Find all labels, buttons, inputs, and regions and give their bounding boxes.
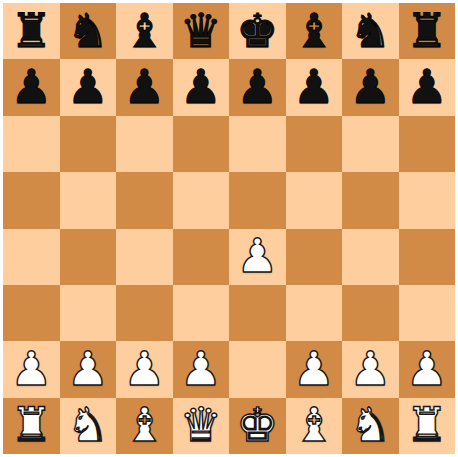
square-e4[interactable]: ♟ xyxy=(229,229,286,285)
square-g6[interactable] xyxy=(342,116,399,172)
square-c5[interactable] xyxy=(116,172,173,228)
piece-black-king[interactable]: ♚ xyxy=(236,7,278,54)
square-b7[interactable]: ♟ xyxy=(60,59,117,115)
square-c3[interactable] xyxy=(116,285,173,341)
square-a1[interactable]: ♜ xyxy=(3,398,60,454)
piece-white-rook[interactable]: ♜ xyxy=(406,401,448,448)
square-e7[interactable]: ♟ xyxy=(229,59,286,115)
square-f3[interactable] xyxy=(286,285,343,341)
square-h6[interactable] xyxy=(399,116,456,172)
square-h2[interactable]: ♟ xyxy=(399,341,456,397)
square-a6[interactable] xyxy=(3,116,60,172)
square-c4[interactable] xyxy=(116,229,173,285)
square-b6[interactable] xyxy=(60,116,117,172)
square-f4[interactable] xyxy=(286,229,343,285)
square-b8[interactable]: ♞ xyxy=(60,3,117,59)
square-g8[interactable]: ♞ xyxy=(342,3,399,59)
piece-black-bishop[interactable]: ♝ xyxy=(123,7,165,54)
square-d7[interactable]: ♟ xyxy=(173,59,230,115)
piece-white-bishop[interactable]: ♝ xyxy=(293,401,335,448)
square-d4[interactable] xyxy=(173,229,230,285)
square-e1[interactable]: ♚ xyxy=(229,398,286,454)
piece-black-pawn[interactable]: ♟ xyxy=(293,63,335,110)
piece-black-pawn[interactable]: ♟ xyxy=(10,63,52,110)
square-g7[interactable]: ♟ xyxy=(342,59,399,115)
square-h7[interactable]: ♟ xyxy=(399,59,456,115)
square-e8[interactable]: ♚ xyxy=(229,3,286,59)
piece-white-knight[interactable]: ♞ xyxy=(349,401,391,448)
piece-white-pawn[interactable]: ♟ xyxy=(180,345,222,392)
piece-white-pawn[interactable]: ♟ xyxy=(10,345,52,392)
square-h8[interactable]: ♜ xyxy=(399,3,456,59)
square-g2[interactable]: ♟ xyxy=(342,341,399,397)
square-h5[interactable] xyxy=(399,172,456,228)
square-c6[interactable] xyxy=(116,116,173,172)
piece-white-pawn[interactable]: ♟ xyxy=(293,345,335,392)
square-a8[interactable]: ♜ xyxy=(3,3,60,59)
piece-white-pawn[interactable]: ♟ xyxy=(236,232,278,279)
square-c8[interactable]: ♝ xyxy=(116,3,173,59)
square-a3[interactable] xyxy=(3,285,60,341)
piece-black-knight[interactable]: ♞ xyxy=(67,7,109,54)
square-b5[interactable] xyxy=(60,172,117,228)
square-d3[interactable] xyxy=(173,285,230,341)
square-b1[interactable]: ♞ xyxy=(60,398,117,454)
piece-white-bishop[interactable]: ♝ xyxy=(123,401,165,448)
piece-white-queen[interactable]: ♛ xyxy=(180,401,222,448)
piece-white-king[interactable]: ♚ xyxy=(236,401,278,448)
board-frame: ♜♞♝♛♚♝♞♜♟♟♟♟♟♟♟♟♟♟♟♟♟♟♟♟♜♞♝♛♚♝♞♜ xyxy=(0,0,458,457)
square-e6[interactable] xyxy=(229,116,286,172)
piece-black-rook[interactable]: ♜ xyxy=(10,7,52,54)
square-g5[interactable] xyxy=(342,172,399,228)
piece-black-bishop[interactable]: ♝ xyxy=(293,7,335,54)
square-a7[interactable]: ♟ xyxy=(3,59,60,115)
piece-white-pawn[interactable]: ♟ xyxy=(349,345,391,392)
square-d8[interactable]: ♛ xyxy=(173,3,230,59)
piece-white-knight[interactable]: ♞ xyxy=(67,401,109,448)
square-c1[interactable]: ♝ xyxy=(116,398,173,454)
square-h1[interactable]: ♜ xyxy=(399,398,456,454)
square-b2[interactable]: ♟ xyxy=(60,341,117,397)
chess-board: ♜♞♝♛♚♝♞♜♟♟♟♟♟♟♟♟♟♟♟♟♟♟♟♟♜♞♝♛♚♝♞♜ xyxy=(3,3,455,454)
piece-black-pawn[interactable]: ♟ xyxy=(180,63,222,110)
square-a4[interactable] xyxy=(3,229,60,285)
square-h3[interactable] xyxy=(399,285,456,341)
square-g1[interactable]: ♞ xyxy=(342,398,399,454)
square-f6[interactable] xyxy=(286,116,343,172)
piece-white-pawn[interactable]: ♟ xyxy=(406,345,448,392)
piece-black-queen[interactable]: ♛ xyxy=(180,7,222,54)
piece-black-pawn[interactable]: ♟ xyxy=(236,63,278,110)
square-f1[interactable]: ♝ xyxy=(286,398,343,454)
square-a5[interactable] xyxy=(3,172,60,228)
square-d2[interactable]: ♟ xyxy=(173,341,230,397)
square-g4[interactable] xyxy=(342,229,399,285)
square-d6[interactable] xyxy=(173,116,230,172)
square-b3[interactable] xyxy=(60,285,117,341)
square-e3[interactable] xyxy=(229,285,286,341)
square-f2[interactable]: ♟ xyxy=(286,341,343,397)
square-e5[interactable] xyxy=(229,172,286,228)
piece-black-knight[interactable]: ♞ xyxy=(349,7,391,54)
square-f5[interactable] xyxy=(286,172,343,228)
square-d5[interactable] xyxy=(173,172,230,228)
piece-white-pawn[interactable]: ♟ xyxy=(123,345,165,392)
square-d1[interactable]: ♛ xyxy=(173,398,230,454)
square-c7[interactable]: ♟ xyxy=(116,59,173,115)
square-c2[interactable]: ♟ xyxy=(116,341,173,397)
square-e2[interactable] xyxy=(229,341,286,397)
square-f8[interactable]: ♝ xyxy=(286,3,343,59)
square-g3[interactable] xyxy=(342,285,399,341)
square-b4[interactable] xyxy=(60,229,117,285)
piece-black-rook[interactable]: ♜ xyxy=(406,7,448,54)
piece-black-pawn[interactable]: ♟ xyxy=(123,63,165,110)
piece-black-pawn[interactable]: ♟ xyxy=(67,63,109,110)
piece-white-pawn[interactable]: ♟ xyxy=(67,345,109,392)
square-f7[interactable]: ♟ xyxy=(286,59,343,115)
piece-black-pawn[interactable]: ♟ xyxy=(406,63,448,110)
piece-white-rook[interactable]: ♜ xyxy=(10,401,52,448)
square-a2[interactable]: ♟ xyxy=(3,341,60,397)
square-h4[interactable] xyxy=(399,229,456,285)
piece-black-pawn[interactable]: ♟ xyxy=(349,63,391,110)
